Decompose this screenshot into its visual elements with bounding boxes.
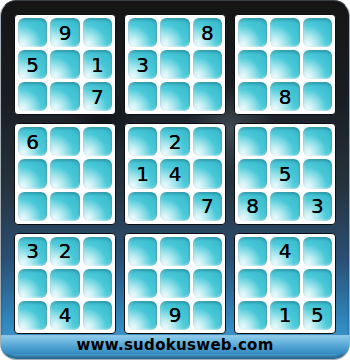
cell-r8c3[interactable]: [83, 269, 112, 298]
cell-r9c3[interactable]: [83, 301, 112, 330]
cell-r7c5[interactable]: [160, 237, 189, 266]
cell-r4c6[interactable]: [193, 127, 222, 156]
cell-r2c5[interactable]: [160, 50, 189, 79]
cell-r1c8[interactable]: [270, 18, 299, 47]
box-2: 83: [124, 14, 226, 115]
cell-r2c9[interactable]: [303, 50, 332, 79]
cell-r6c5[interactable]: [160, 192, 189, 221]
cell-r5c9[interactable]: [303, 159, 332, 188]
cell-r6c6[interactable]: 7: [193, 192, 222, 221]
cell-r2c3[interactable]: 1: [83, 50, 112, 79]
cell-r1c5[interactable]: [160, 18, 189, 47]
cell-r7c1[interactable]: 3: [18, 237, 47, 266]
cell-r3c7[interactable]: [238, 82, 267, 111]
cell-r5c6[interactable]: [193, 159, 222, 188]
cell-r6c7[interactable]: 8: [238, 192, 267, 221]
cell-r7c6[interactable]: [193, 237, 222, 266]
cell-r5c3[interactable]: [83, 159, 112, 188]
cell-r4c3[interactable]: [83, 127, 112, 156]
cell-r4c1[interactable]: 6: [18, 127, 47, 156]
cell-r1c3[interactable]: [83, 18, 112, 47]
cell-r8c9[interactable]: [303, 269, 332, 298]
cell-r2c4[interactable]: 3: [128, 50, 157, 79]
cell-r8c2[interactable]: [50, 269, 79, 298]
cell-r2c6[interactable]: [193, 50, 222, 79]
cell-r9c5[interactable]: 9: [160, 301, 189, 330]
box-8: 9: [124, 233, 226, 334]
cell-r1c9[interactable]: [303, 18, 332, 47]
cell-r8c8[interactable]: [270, 269, 299, 298]
cell-r9c9[interactable]: 5: [303, 301, 332, 330]
cell-r1c1[interactable]: [18, 18, 47, 47]
cell-r6c3[interactable]: [83, 192, 112, 221]
cell-r3c8[interactable]: 8: [270, 82, 299, 111]
footer-banner: www.sudokusweb.com: [1, 335, 349, 354]
cell-r8c4[interactable]: [128, 269, 157, 298]
cell-r6c2[interactable]: [50, 192, 79, 221]
cell-r4c9[interactable]: [303, 127, 332, 156]
cell-r7c8[interactable]: 4: [270, 237, 299, 266]
cell-r8c5[interactable]: [160, 269, 189, 298]
box-9: 415: [234, 233, 336, 334]
cell-r7c2[interactable]: 2: [50, 237, 79, 266]
cell-r9c7[interactable]: [238, 301, 267, 330]
cell-r9c8[interactable]: 1: [270, 301, 299, 330]
cell-r6c9[interactable]: 3: [303, 192, 332, 221]
cell-r9c2[interactable]: 4: [50, 301, 79, 330]
cell-r9c1[interactable]: [18, 301, 47, 330]
cell-r5c7[interactable]: [238, 159, 267, 188]
cell-r4c7[interactable]: [238, 127, 267, 156]
cell-r2c8[interactable]: [270, 50, 299, 79]
cell-r4c8[interactable]: [270, 127, 299, 156]
cell-r4c4[interactable]: [128, 127, 157, 156]
cell-r7c3[interactable]: [83, 237, 112, 266]
cell-r3c1[interactable]: [18, 82, 47, 111]
cell-r5c1[interactable]: [18, 159, 47, 188]
box-7: 324: [14, 233, 116, 334]
cell-r1c4[interactable]: [128, 18, 157, 47]
cell-r8c1[interactable]: [18, 269, 47, 298]
cell-r5c2[interactable]: [50, 159, 79, 188]
cell-r1c2[interactable]: 9: [50, 18, 79, 47]
box-3: 8: [234, 14, 336, 115]
cell-r2c7[interactable]: [238, 50, 267, 79]
cell-r6c1[interactable]: [18, 192, 47, 221]
cell-r3c2[interactable]: [50, 82, 79, 111]
cell-r9c6[interactable]: [193, 301, 222, 330]
cell-r7c4[interactable]: [128, 237, 157, 266]
sudoku-board: 9517838621475833249415: [14, 14, 336, 334]
cell-r2c2[interactable]: [50, 50, 79, 79]
cell-r5c5[interactable]: 4: [160, 159, 189, 188]
cell-r6c8[interactable]: [270, 192, 299, 221]
cell-r8c7[interactable]: [238, 269, 267, 298]
cell-r5c8[interactable]: 5: [270, 159, 299, 188]
cell-r3c4[interactable]: [128, 82, 157, 111]
cell-r6c4[interactable]: [128, 192, 157, 221]
cell-r1c6[interactable]: 8: [193, 18, 222, 47]
box-1: 9517: [14, 14, 116, 115]
cell-r7c9[interactable]: [303, 237, 332, 266]
box-6: 583: [234, 123, 336, 224]
cell-r3c3[interactable]: 7: [83, 82, 112, 111]
website-link[interactable]: www.sudokusweb.com: [76, 336, 273, 354]
cell-r4c5[interactable]: 2: [160, 127, 189, 156]
cell-r9c4[interactable]: [128, 301, 157, 330]
cell-r4c2[interactable]: [50, 127, 79, 156]
cell-r7c7[interactable]: [238, 237, 267, 266]
cell-r1c7[interactable]: [238, 18, 267, 47]
cell-r3c6[interactable]: [193, 82, 222, 111]
box-4: 6: [14, 123, 116, 224]
cell-r3c9[interactable]: [303, 82, 332, 111]
cell-r2c1[interactable]: 5: [18, 50, 47, 79]
sudoku-widget: 9517838621475833249415 www.sudokusweb.co…: [0, 0, 350, 360]
cell-r8c6[interactable]: [193, 269, 222, 298]
cell-r3c5[interactable]: [160, 82, 189, 111]
cell-r5c4[interactable]: 1: [128, 159, 157, 188]
box-5: 2147: [124, 123, 226, 224]
